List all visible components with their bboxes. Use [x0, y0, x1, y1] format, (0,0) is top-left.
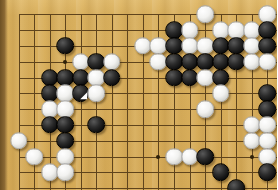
- black-stone: [196, 148, 214, 166]
- grid-vline: [19, 14, 20, 190]
- grid-vline: [81, 14, 82, 190]
- black-stone: [259, 164, 277, 182]
- grid-vline: [96, 14, 97, 190]
- grid-hline: [19, 14, 278, 15]
- hoshi-dot: [250, 155, 254, 159]
- white-stone: [259, 53, 277, 71]
- white-stone: [25, 148, 43, 166]
- grid-vline: [127, 14, 128, 190]
- hoshi-dot: [63, 60, 67, 64]
- black-stone: [212, 164, 230, 182]
- white-stone: [56, 164, 74, 182]
- white-stone: [212, 85, 230, 103]
- last-move-triangle-marker: [80, 93, 87, 100]
- black-stone: [56, 37, 74, 55]
- black-stone: [103, 69, 121, 87]
- white-stone: [196, 6, 214, 24]
- go-board[interactable]: [0, 0, 277, 190]
- white-stone: [10, 132, 28, 150]
- board-left-edge: [0, 0, 8, 190]
- black-stone: [227, 179, 245, 190]
- black-stone: [87, 116, 105, 134]
- white-stone: [87, 85, 105, 103]
- hoshi-dot: [156, 155, 160, 159]
- white-stone: [196, 100, 214, 118]
- grid-vline: [112, 14, 113, 190]
